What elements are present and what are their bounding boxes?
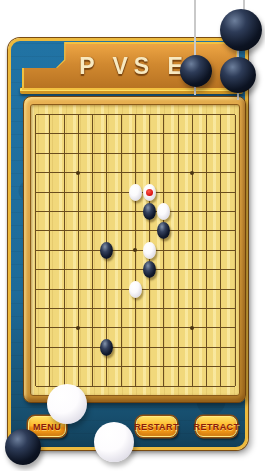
decor-stone-white (47, 384, 87, 424)
grid-line-vertical (220, 115, 221, 387)
restart-button[interactable]: RESTART (136, 416, 177, 437)
board-stone-white (143, 242, 156, 259)
grid-line-vertical (163, 115, 164, 387)
grid-line-horizontal (36, 366, 236, 367)
board-stone-white (157, 203, 170, 220)
star-point (190, 326, 194, 330)
star-point (76, 171, 80, 175)
decor-stone-black (5, 429, 41, 465)
gomoku-board[interactable] (30, 104, 240, 396)
decor-stone-black (180, 55, 212, 87)
decor-stone-black (220, 9, 262, 51)
decor-stone-black (220, 57, 256, 93)
app-screen: P VS E MENU RESTART RETRACT (0, 0, 265, 471)
star-point (76, 326, 80, 330)
board-stone-black (100, 339, 113, 356)
board-stone-black (143, 261, 156, 278)
last-move-marker (146, 189, 153, 196)
star-point (190, 171, 194, 175)
star-point (133, 248, 137, 252)
grid-line-vertical (178, 115, 179, 387)
grid-line-vertical (206, 115, 207, 387)
board-stone-black (100, 242, 113, 259)
board-stone-black (157, 222, 170, 239)
retract-button[interactable]: RETRACT (196, 416, 237, 437)
board-frame (23, 96, 246, 403)
board-stone-black (143, 203, 156, 220)
grid-line-vertical (192, 115, 193, 387)
grid-line-horizontal (36, 347, 236, 348)
grid-line-vertical (235, 115, 236, 387)
board-stone-white (129, 184, 142, 201)
board-stone-white (129, 281, 142, 298)
decor-stone-white (94, 422, 134, 462)
